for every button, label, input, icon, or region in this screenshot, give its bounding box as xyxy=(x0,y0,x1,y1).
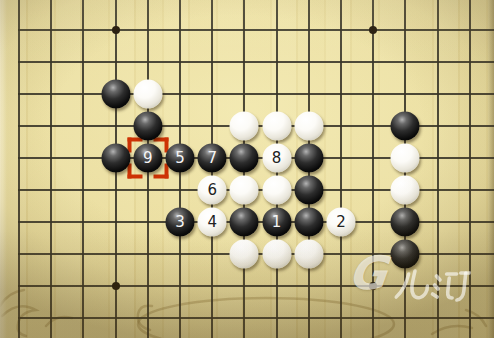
go-stone-black[interactable] xyxy=(101,144,130,173)
grid-line-horizontal xyxy=(18,29,494,31)
move-number-label: 6 xyxy=(207,183,217,198)
grid-line-horizontal xyxy=(18,61,494,63)
go-stone-white[interactable] xyxy=(294,240,323,269)
go-stone-black[interactable] xyxy=(391,208,420,237)
go-stone-black[interactable]: 9 xyxy=(133,144,162,173)
go-board-screen: 957863412 G xyxy=(0,0,494,338)
watermark-brand-characters xyxy=(393,268,471,304)
go-stone-white[interactable]: 4 xyxy=(198,208,227,237)
move-number-label: 2 xyxy=(336,215,346,230)
go-stone-white[interactable] xyxy=(230,112,259,141)
go-stone-white[interactable] xyxy=(262,112,291,141)
grid-line-vertical xyxy=(340,0,342,338)
go-stone-white[interactable]: 2 xyxy=(327,208,356,237)
go-stone-white[interactable]: 8 xyxy=(262,144,291,173)
grid-line-vertical xyxy=(82,0,84,338)
go-stone-white[interactable] xyxy=(262,240,291,269)
move-number-label: 9 xyxy=(143,151,153,166)
go-stone-white[interactable] xyxy=(262,176,291,205)
grid-line-vertical xyxy=(50,0,52,338)
move-number-label: 4 xyxy=(207,215,217,230)
go-stone-white[interactable] xyxy=(391,144,420,173)
go-stone-black[interactable] xyxy=(294,176,323,205)
move-number-label: 1 xyxy=(272,215,282,230)
go-stone-black[interactable]: 7 xyxy=(198,144,227,173)
move-number-label: 5 xyxy=(175,151,185,166)
go-stone-white[interactable]: 6 xyxy=(198,176,227,205)
grid-line-horizontal xyxy=(18,317,494,319)
go-stone-white[interactable] xyxy=(230,176,259,205)
go-stone-white[interactable] xyxy=(133,80,162,109)
go-stone-white[interactable] xyxy=(230,240,259,269)
go-stone-black[interactable]: 3 xyxy=(166,208,195,237)
move-number-label: 8 xyxy=(272,151,282,166)
go-stone-black[interactable]: 5 xyxy=(166,144,195,173)
go-stone-black[interactable] xyxy=(294,208,323,237)
go-stone-black[interactable] xyxy=(294,144,323,173)
go-stone-white[interactable] xyxy=(294,112,323,141)
go-stone-black[interactable] xyxy=(101,80,130,109)
go-stone-black[interactable] xyxy=(230,208,259,237)
go-stone-white[interactable] xyxy=(391,176,420,205)
grid-line-horizontal xyxy=(18,93,494,95)
go-stone-black[interactable] xyxy=(391,112,420,141)
go-stone-black[interactable] xyxy=(133,112,162,141)
app-watermark: G xyxy=(343,252,489,308)
go-stone-black[interactable]: 1 xyxy=(262,208,291,237)
watermark-logo-g: G xyxy=(346,250,389,296)
star-point xyxy=(369,26,377,34)
move-number-label: 3 xyxy=(175,215,185,230)
star-point xyxy=(112,26,120,34)
star-point xyxy=(112,282,120,290)
go-stone-black[interactable] xyxy=(230,144,259,173)
grid-line-vertical xyxy=(18,0,20,338)
move-number-label: 7 xyxy=(207,151,217,166)
